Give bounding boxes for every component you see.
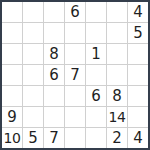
cell-r5c7-empty[interactable]	[128, 86, 148, 106]
cell-r7c6-given-2[interactable]: 2	[107, 128, 127, 148]
cell-r4c1-empty[interactable]	[2, 65, 22, 85]
cell-r3c6-empty[interactable]	[107, 44, 127, 64]
cell-r4c6-empty[interactable]	[107, 65, 127, 85]
cell-r6c7-empty[interactable]	[128, 107, 148, 127]
cell-r7c1-given-10[interactable]: 10	[2, 128, 22, 148]
cell-r3c5-given-1[interactable]: 1	[86, 44, 106, 64]
cell-r6c1-given-9[interactable]: 9	[2, 107, 22, 127]
cell-r1c7-given-4[interactable]: 4	[128, 2, 148, 22]
cell-r7c2-given-5[interactable]: 5	[23, 128, 43, 148]
cell-r6c5-empty[interactable]	[86, 107, 106, 127]
cell-r5c3-empty[interactable]	[44, 86, 64, 106]
cell-r1c5-empty[interactable]	[86, 2, 106, 22]
cell-r6c6-given-14[interactable]: 14	[107, 107, 127, 127]
cell-r1c1-empty[interactable]	[2, 2, 22, 22]
cell-r5c4-empty[interactable]	[65, 86, 85, 106]
cell-r7c5-empty[interactable]	[86, 128, 106, 148]
cell-r1c6-empty[interactable]	[107, 2, 127, 22]
cell-r5c1-empty[interactable]	[2, 86, 22, 106]
cell-r1c4-given-6[interactable]: 6	[65, 2, 85, 22]
cell-r4c7-empty[interactable]	[128, 65, 148, 85]
cell-r4c3-given-6[interactable]: 6	[44, 65, 64, 85]
cell-r2c1-empty[interactable]	[2, 23, 22, 43]
cell-r4c2-empty[interactable]	[23, 65, 43, 85]
cell-r6c2-empty[interactable]	[23, 107, 43, 127]
cell-r2c7-given-5[interactable]: 5	[128, 23, 148, 43]
cell-r3c2-empty[interactable]	[23, 44, 43, 64]
cell-r3c7-empty[interactable]	[128, 44, 148, 64]
fillomino-board: 645816768914105724	[0, 0, 150, 150]
cell-r4c4-given-7[interactable]: 7	[65, 65, 85, 85]
cell-r2c2-empty[interactable]	[23, 23, 43, 43]
cell-r3c4-empty[interactable]	[65, 44, 85, 64]
cell-r5c6-given-8[interactable]: 8	[107, 86, 127, 106]
cell-r2c5-empty[interactable]	[86, 23, 106, 43]
cell-r2c6-empty[interactable]	[107, 23, 127, 43]
cell-r7c3-given-7[interactable]: 7	[44, 128, 64, 148]
cell-r2c4-empty[interactable]	[65, 23, 85, 43]
cell-r7c7-given-4[interactable]: 4	[128, 128, 148, 148]
cell-r5c2-empty[interactable]	[23, 86, 43, 106]
cell-r1c3-empty[interactable]	[44, 2, 64, 22]
cell-r3c3-given-8[interactable]: 8	[44, 44, 64, 64]
cell-r4c5-empty[interactable]	[86, 65, 106, 85]
cell-r5c5-given-6[interactable]: 6	[86, 86, 106, 106]
cell-r3c1-empty[interactable]	[2, 44, 22, 64]
cell-r6c3-empty[interactable]	[44, 107, 64, 127]
cell-r7c4-empty[interactable]	[65, 128, 85, 148]
cell-r1c2-empty[interactable]	[23, 2, 43, 22]
cell-r6c4-empty[interactable]	[65, 107, 85, 127]
cell-r2c3-empty[interactable]	[44, 23, 64, 43]
